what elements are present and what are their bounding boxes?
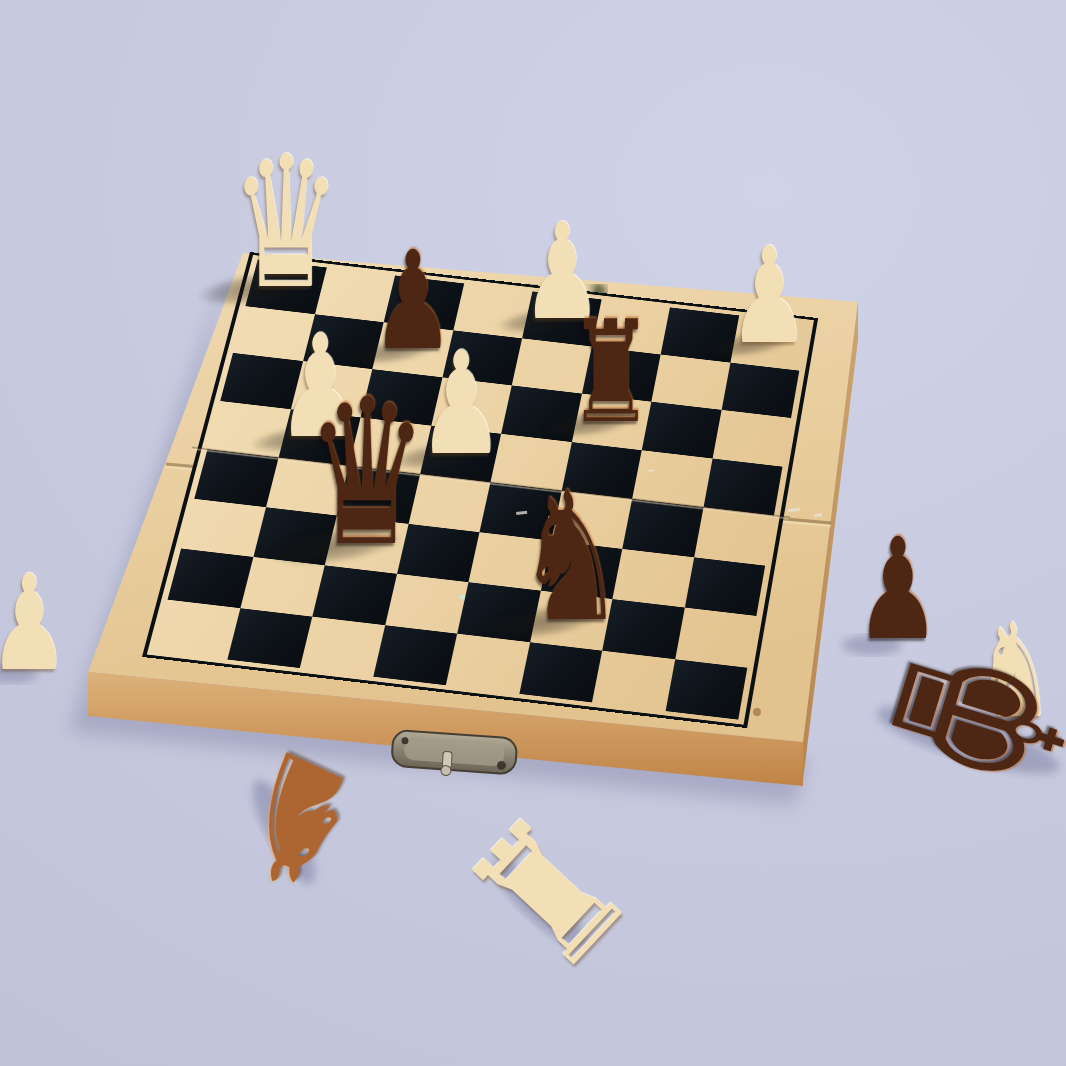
wood-knot xyxy=(753,708,761,716)
square-d7 xyxy=(442,330,522,385)
offboard-shadow-white-rook xyxy=(483,849,597,958)
square-c3 xyxy=(325,515,408,574)
chess-photo-scene: ♛♟♟♟♜♟♟♛♞♟♟♞♚♞♜ xyxy=(0,0,1066,1066)
square-a6 xyxy=(220,353,302,409)
square-h8 xyxy=(730,315,808,370)
latch-screw-right xyxy=(497,761,507,771)
square-b1 xyxy=(227,608,313,668)
square-f7 xyxy=(582,346,661,402)
square-h3 xyxy=(684,557,765,616)
square-b6 xyxy=(290,361,372,417)
square-e6 xyxy=(501,385,581,441)
board-grid xyxy=(154,259,808,719)
square-c2 xyxy=(312,565,396,624)
square-c1 xyxy=(300,616,385,676)
piece-white-pawn-offboard-0: ♟ xyxy=(0,557,69,689)
square-h1 xyxy=(665,659,747,720)
square-e1 xyxy=(446,633,530,694)
square-b7 xyxy=(303,314,384,369)
square-a3 xyxy=(181,498,266,556)
square-f2 xyxy=(530,591,613,651)
box-right-face xyxy=(803,302,858,780)
square-e8 xyxy=(522,291,601,346)
offboard-shadow-brown-knight xyxy=(242,773,326,891)
square-b2 xyxy=(240,557,325,616)
square-g8 xyxy=(661,307,739,362)
square-g3 xyxy=(612,549,693,608)
piece-white-knight-offboard-2: ♞ xyxy=(975,606,1054,736)
square-b8 xyxy=(315,267,395,322)
square-f6 xyxy=(571,394,651,450)
square-c8 xyxy=(384,275,464,330)
offboard-shadow-dark-king xyxy=(871,693,1064,787)
square-a1 xyxy=(154,599,240,659)
square-d2 xyxy=(385,574,469,634)
square-d3 xyxy=(397,524,480,583)
piece-dark-pawn-offboard-1: ♟ xyxy=(855,520,940,660)
square-f1 xyxy=(519,642,602,703)
square-f3 xyxy=(540,540,622,599)
square-c7 xyxy=(372,322,453,377)
offboard-shadow-white-knight xyxy=(950,712,1022,736)
square-d8 xyxy=(453,283,532,338)
square-e2 xyxy=(457,582,540,642)
offboard-shadow-white-pawn-left xyxy=(0,665,38,683)
latch-screw-left xyxy=(401,737,408,744)
square-h6 xyxy=(712,410,791,467)
offboard-shadow-dark-pawn-right xyxy=(842,635,902,655)
square-g2 xyxy=(602,599,684,659)
latch-pin xyxy=(442,751,452,769)
square-d6 xyxy=(431,377,512,433)
square-g7 xyxy=(651,354,730,410)
latch xyxy=(391,730,518,781)
square-f8 xyxy=(591,299,670,354)
square-h7 xyxy=(721,362,799,418)
piece-brown-knight-offboard-4: ♞ xyxy=(207,720,384,922)
square-h2 xyxy=(675,607,757,667)
square-a7 xyxy=(233,306,315,361)
square-e3 xyxy=(468,532,550,591)
square-g6 xyxy=(642,402,721,458)
square-b3 xyxy=(253,507,337,566)
square-a2 xyxy=(168,548,253,607)
square-c6 xyxy=(361,369,442,425)
chess-board xyxy=(142,252,818,728)
piece-dark-king-offboard-3: ♚ xyxy=(848,622,1066,813)
square-d1 xyxy=(373,625,457,685)
piece-white-rook-offboard-5: ♜ xyxy=(442,788,658,1000)
square-a8 xyxy=(245,259,326,313)
square-g1 xyxy=(592,650,675,711)
square-e7 xyxy=(512,338,592,393)
